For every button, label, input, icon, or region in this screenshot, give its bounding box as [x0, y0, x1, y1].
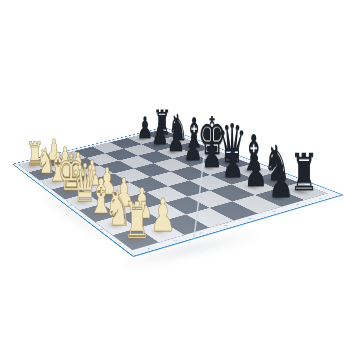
file-label-b: b [99, 228, 104, 230]
rank-label-4: 4 [223, 225, 228, 227]
file-label-h: h [20, 168, 23, 169]
file-label-d: d [67, 204, 71, 206]
rank-label-5: 5 [247, 218, 252, 220]
file-label-a: a [117, 242, 122, 244]
chess-set-photo: 12345678abcdefgh ♜♞♝♛♚♝♞♜♟♟♟♟♟♟♟♟♟♟♟♟♟♟♟… [0, 0, 360, 360]
rank-label-1: 1 [146, 247, 151, 249]
rank-label-7: 7 [294, 204, 299, 206]
rank-label-8: 8 [317, 197, 322, 199]
rank-label-3: 3 [198, 232, 203, 234]
rank-label-6: 6 [271, 211, 276, 213]
file-label-c: c [83, 216, 87, 218]
file-label-g: g [30, 176, 34, 177]
file-label-f: f [42, 185, 45, 186]
rank-label-2: 2 [172, 240, 177, 242]
file-label-e: e [54, 194, 58, 196]
